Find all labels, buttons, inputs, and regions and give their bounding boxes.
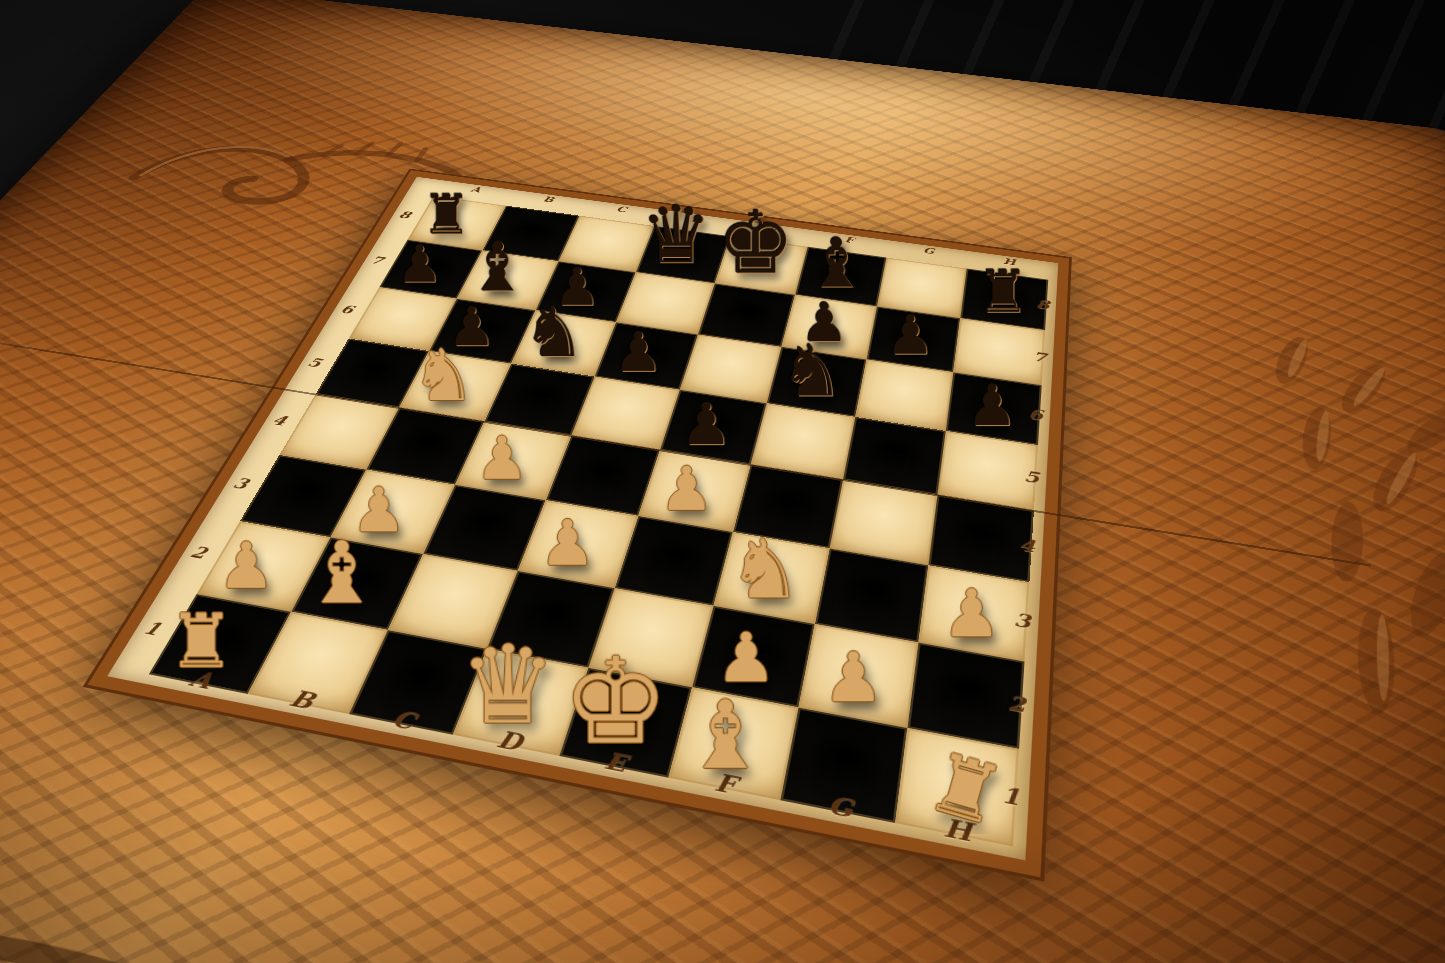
black-knight-f6: ♞: [780, 334, 844, 406]
rank-label-right-7: 7: [1032, 349, 1047, 366]
square-e3: [615, 516, 733, 606]
white-pawn-a2: ♟: [218, 534, 275, 598]
black-queen-d8: ♛: [641, 196, 712, 275]
square-b2: ♝: [291, 537, 423, 630]
white-knight-f3: ♞: [728, 527, 802, 609]
wing-relief-icon: [0, 774, 190, 963]
feather-relief-icon: [1212, 315, 1445, 797]
white-rook-a1: ♜: [168, 604, 235, 678]
black-bishop-b7: ♝: [467, 233, 528, 301]
black-pawn-h6: ♟: [966, 377, 1017, 434]
rank-label-left-3: 3: [230, 474, 252, 492]
white-bishop-b2: ♝: [304, 531, 380, 616]
square-g6: [855, 359, 953, 431]
white-queen-d1: ♛: [459, 631, 556, 739]
black-pawn-a7: ♟: [397, 238, 443, 289]
white-pawn-h3: ♟: [942, 580, 1001, 646]
rank-label-right-8: 8: [1036, 296, 1050, 312]
black-rook-h8: ♜: [977, 263, 1029, 321]
square-g2: ♟: [798, 624, 918, 728]
rank-label-left-2: 2: [187, 542, 211, 562]
black-pawn-e5: ♟: [680, 395, 732, 453]
rank-label-left-7: 7: [368, 254, 386, 267]
rank-label-right-4: 4: [1018, 534, 1035, 556]
black-knight-c6: ♞: [523, 297, 585, 367]
rank-label-right-2: 2: [1007, 690, 1026, 717]
white-pawn-g2: ♟: [823, 643, 885, 712]
photo-of-carved-chess-set: { "game": "chess", "scene_description": …: [0, 0, 1445, 963]
white-bishop-f1: ♝: [683, 689, 767, 783]
white-pawn-d3: ♟: [539, 511, 596, 574]
rank-label-left-5: 5: [305, 355, 325, 370]
black-bishop-f8: ♝: [806, 230, 867, 298]
scene-stage: ♜♛♚♝♜♟♝♟♟♟♟♞♟♞♟♞♟♟♟♟♟♞♟♟♝♟♟♜♛♚♝♜ AABBCCD…: [246, 36, 1074, 864]
rank-label-left-8: 8: [397, 209, 414, 221]
rank-label-left-6: 6: [338, 302, 357, 316]
file-label-far-c: C: [615, 204, 628, 214]
file-label-far-g: G: [922, 246, 935, 257]
white-rook-h1: ♜: [919, 740, 1011, 838]
file-label-far-a: A: [469, 185, 483, 194]
square-g7: ♟: [867, 306, 961, 372]
file-label-far-b: B: [541, 195, 555, 205]
board-scene: ♜♛♚♝♜♟♝♟♟♟♟♞♟♞♟♞♟♟♟♟♟♞♟♟♝♟♟♜♛♚♝♜ AABBCCD…: [73, 170, 1090, 912]
rank-label-right-3: 3: [1013, 608, 1031, 632]
rank-label-left-1: 1: [140, 617, 165, 639]
black-pawn-g7: ♟: [886, 308, 935, 362]
square-h1: ♜: [895, 728, 1019, 847]
rank-label-left-4: 4: [269, 412, 290, 428]
black-pawn-d6: ♟: [614, 324, 663, 379]
white-pawn-e4: ♟: [659, 458, 714, 519]
white-pawn-c4: ♟: [475, 428, 528, 488]
white-knight-b5: ♞: [411, 339, 476, 411]
white-king-e1: ♚: [562, 641, 669, 760]
black-king-e8: ♚: [717, 199, 795, 286]
